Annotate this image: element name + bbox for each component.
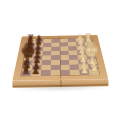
black-rook: ♜ [21, 65, 31, 76]
piece-cell: ♜ [89, 69, 100, 75]
piece-cell: ♟ [79, 69, 89, 75]
piece-cell: ♟ [31, 70, 41, 76]
black-pawn: ♟ [31, 66, 40, 76]
white-rook: ♜ [89, 64, 99, 75]
chess-set-photo: ♜♞♝♛♚♝♞♜♟♟♟♟♟♟♟♟♟♟♟♟♟♟♟♟♜♞♝♛♚♝♞♜ [0, 0, 120, 120]
board-shadow [10, 84, 110, 92]
scene: ♜♞♝♛♚♝♞♜♟♟♟♟♟♟♟♟♟♟♟♟♟♟♟♟♜♞♝♛♚♝♞♜ [0, 0, 120, 120]
chess-board: ♜♞♝♛♚♝♞♜♟♟♟♟♟♟♟♟♟♟♟♟♟♟♟♟♜♞♝♛♚♝♞♜ [12, 35, 108, 81]
pieces-layer: ♜♞♝♛♚♝♞♜♟♟♟♟♟♟♟♟♟♟♟♟♟♟♟♟♜♞♝♛♚♝♞♜ [21, 38, 99, 76]
white-pawn: ♟ [80, 65, 89, 75]
piece-cell: ♜ [21, 70, 31, 76]
